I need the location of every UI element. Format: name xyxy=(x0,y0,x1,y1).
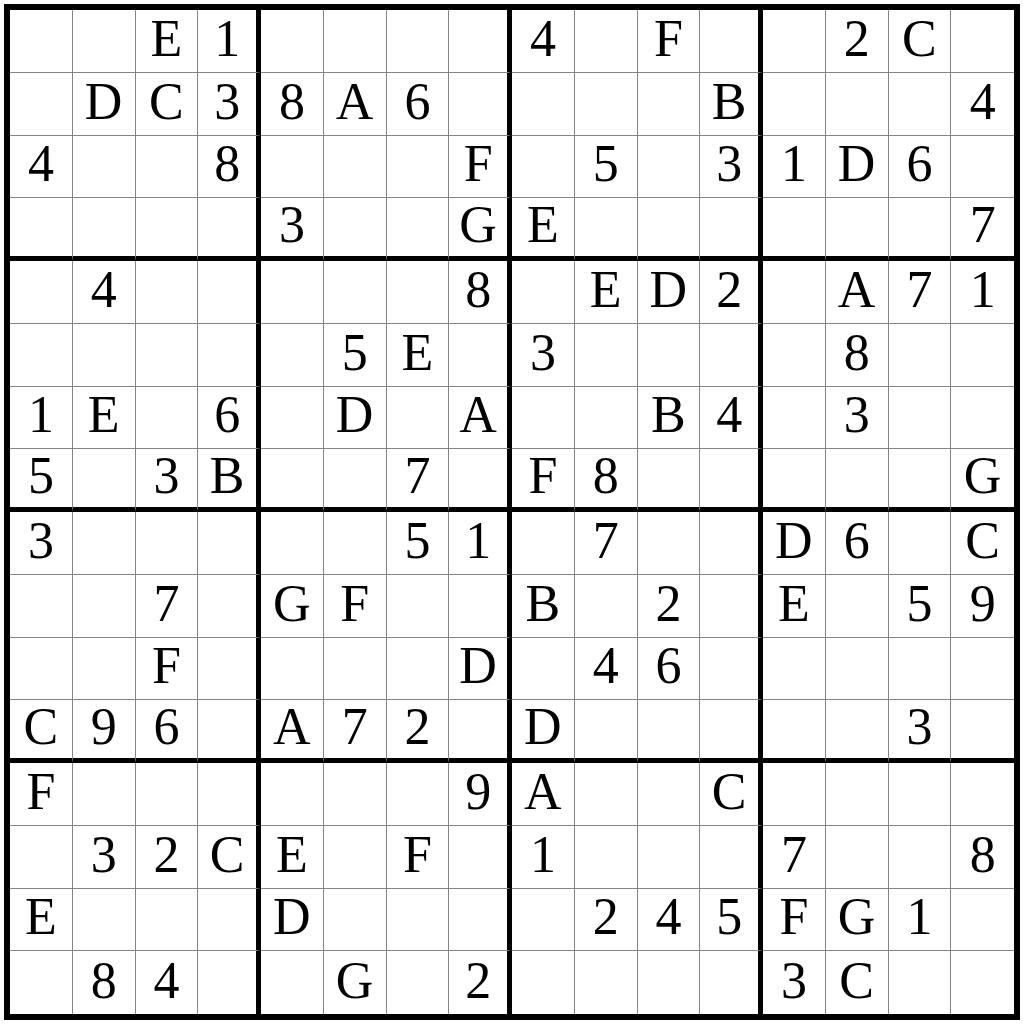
cell-r16c4[interactable] xyxy=(198,951,261,1014)
cell-r9c12[interactable] xyxy=(700,512,763,575)
cell-r8c11[interactable] xyxy=(638,449,701,512)
cell-r14c2[interactable]: 3 xyxy=(73,826,136,889)
cell-r16c16[interactable] xyxy=(951,951,1014,1014)
cell-r1c2[interactable] xyxy=(73,10,136,73)
cell-r2c15[interactable] xyxy=(889,73,952,136)
cell-r4c7[interactable] xyxy=(387,198,450,261)
cell-r13c9[interactable]: A xyxy=(512,763,575,826)
cell-r3c9[interactable] xyxy=(512,136,575,199)
cell-r9c8[interactable]: 1 xyxy=(449,512,512,575)
cell-r10c9[interactable]: B xyxy=(512,575,575,638)
cell-r5c9[interactable] xyxy=(512,261,575,324)
cell-r4c5[interactable]: 3 xyxy=(261,198,324,261)
cell-r4c16[interactable]: 7 xyxy=(951,198,1014,261)
cell-r3c8[interactable]: F xyxy=(449,136,512,199)
cell-r16c15[interactable] xyxy=(889,951,952,1014)
cell-r15c6[interactable] xyxy=(324,889,387,952)
cell-r16c6[interactable]: G xyxy=(324,951,387,1014)
cell-r5c5[interactable] xyxy=(261,261,324,324)
cell-r3c13[interactable]: 1 xyxy=(763,136,826,199)
cell-r12c10[interactable] xyxy=(575,700,638,763)
cell-r7c3[interactable] xyxy=(136,387,199,450)
cell-r4c4[interactable] xyxy=(198,198,261,261)
cell-r1c7[interactable] xyxy=(387,10,450,73)
cell-r1c9[interactable]: 4 xyxy=(512,10,575,73)
cell-r15c9[interactable] xyxy=(512,889,575,952)
cell-r15c1[interactable]: E xyxy=(10,889,73,952)
cell-r16c12[interactable] xyxy=(700,951,763,1014)
cell-r9c4[interactable] xyxy=(198,512,261,575)
cell-r13c8[interactable]: 9 xyxy=(449,763,512,826)
cell-r8c10[interactable]: 8 xyxy=(575,449,638,512)
cell-r12c14[interactable] xyxy=(826,700,889,763)
cell-r15c3[interactable] xyxy=(136,889,199,952)
cell-r12c12[interactable] xyxy=(700,700,763,763)
cell-r11c14[interactable] xyxy=(826,638,889,701)
cell-r15c10[interactable]: 2 xyxy=(575,889,638,952)
cell-r1c11[interactable]: F xyxy=(638,10,701,73)
cell-r14c11[interactable] xyxy=(638,826,701,889)
cell-r1c14[interactable]: 2 xyxy=(826,10,889,73)
cell-r13c10[interactable] xyxy=(575,763,638,826)
cell-r11c15[interactable] xyxy=(889,638,952,701)
cell-r1c3[interactable]: E xyxy=(136,10,199,73)
cell-r9c2[interactable] xyxy=(73,512,136,575)
cell-r12c13[interactable] xyxy=(763,700,826,763)
cell-r9c11[interactable] xyxy=(638,512,701,575)
cell-r11c5[interactable] xyxy=(261,638,324,701)
cell-r8c15[interactable] xyxy=(889,449,952,512)
cell-r5c11[interactable]: D xyxy=(638,261,701,324)
cell-r15c2[interactable] xyxy=(73,889,136,952)
cell-r1c16[interactable] xyxy=(951,10,1014,73)
cell-r6c13[interactable] xyxy=(763,324,826,387)
cell-r3c15[interactable]: 6 xyxy=(889,136,952,199)
cell-r13c1[interactable]: F xyxy=(10,763,73,826)
page: E14F2CDC38A6B448F531D63GE748ED2A715E381E… xyxy=(0,0,1024,1024)
cell-r9c9[interactable] xyxy=(512,512,575,575)
cell-r15c16[interactable] xyxy=(951,889,1014,952)
cell-r9c1[interactable]: 3 xyxy=(10,512,73,575)
cell-r12c16[interactable] xyxy=(951,700,1014,763)
cell-r2c16[interactable]: 4 xyxy=(951,73,1014,136)
cell-r10c5[interactable]: G xyxy=(261,575,324,638)
cell-r12c9[interactable]: D xyxy=(512,700,575,763)
cell-r6c15[interactable] xyxy=(889,324,952,387)
cell-r16c8[interactable]: 2 xyxy=(449,951,512,1014)
cell-r10c13[interactable]: E xyxy=(763,575,826,638)
cell-r5c1[interactable] xyxy=(10,261,73,324)
cell-r4c12[interactable] xyxy=(700,198,763,261)
cell-r9c3[interactable] xyxy=(136,512,199,575)
cell-r4c9[interactable]: E xyxy=(512,198,575,261)
cell-r9c14[interactable]: 6 xyxy=(826,512,889,575)
cell-r4c15[interactable] xyxy=(889,198,952,261)
cell-r8c14[interactable] xyxy=(826,449,889,512)
cell-r6c4[interactable] xyxy=(198,324,261,387)
cell-r12c4[interactable] xyxy=(198,700,261,763)
cell-r7c4[interactable]: 6 xyxy=(198,387,261,450)
cell-r13c11[interactable] xyxy=(638,763,701,826)
cell-r12c1[interactable]: C xyxy=(10,700,73,763)
cell-r8c5[interactable] xyxy=(261,449,324,512)
cell-r2c10[interactable] xyxy=(575,73,638,136)
cell-r15c14[interactable]: G xyxy=(826,889,889,952)
cell-r7c14[interactable]: 3 xyxy=(826,387,889,450)
cell-r3c10[interactable]: 5 xyxy=(575,136,638,199)
cell-r13c4[interactable] xyxy=(198,763,261,826)
cell-r8c7[interactable]: 7 xyxy=(387,449,450,512)
cell-r13c3[interactable] xyxy=(136,763,199,826)
cell-r5c14[interactable]: A xyxy=(826,261,889,324)
cell-r8c16[interactable]: G xyxy=(951,449,1014,512)
cell-r15c13[interactable]: F xyxy=(763,889,826,952)
cell-r13c2[interactable] xyxy=(73,763,136,826)
cell-r7c7[interactable] xyxy=(387,387,450,450)
cell-r14c8[interactable] xyxy=(449,826,512,889)
cell-r14c10[interactable] xyxy=(575,826,638,889)
cell-r8c13[interactable] xyxy=(763,449,826,512)
cell-r13c15[interactable] xyxy=(889,763,952,826)
cell-r11c3[interactable]: F xyxy=(136,638,199,701)
cell-r5c3[interactable] xyxy=(136,261,199,324)
cell-r2c5[interactable]: 8 xyxy=(261,73,324,136)
cell-r3c16[interactable] xyxy=(951,136,1014,199)
cell-r10c8[interactable] xyxy=(449,575,512,638)
cell-r16c11[interactable] xyxy=(638,951,701,1014)
cell-r8c9[interactable]: F xyxy=(512,449,575,512)
cell-r5c10[interactable]: E xyxy=(575,261,638,324)
cell-r11c12[interactable] xyxy=(700,638,763,701)
cell-r6c9[interactable]: 3 xyxy=(512,324,575,387)
cell-r11c16[interactable] xyxy=(951,638,1014,701)
cell-r12c8[interactable] xyxy=(449,700,512,763)
cell-r10c1[interactable] xyxy=(10,575,73,638)
cell-r11c8[interactable]: D xyxy=(449,638,512,701)
cell-r16c3[interactable]: 4 xyxy=(136,951,199,1014)
cell-r16c1[interactable] xyxy=(10,951,73,1014)
cell-r7c5[interactable] xyxy=(261,387,324,450)
cell-r5c12[interactable]: 2 xyxy=(700,261,763,324)
cell-r11c10[interactable]: 4 xyxy=(575,638,638,701)
cell-r7c11[interactable]: B xyxy=(638,387,701,450)
cell-r12c2[interactable]: 9 xyxy=(73,700,136,763)
cell-r16c9[interactable] xyxy=(512,951,575,1014)
cell-r3c7[interactable] xyxy=(387,136,450,199)
cell-r2c11[interactable] xyxy=(638,73,701,136)
cell-r6c7[interactable]: E xyxy=(387,324,450,387)
cell-r10c15[interactable]: 5 xyxy=(889,575,952,638)
cell-r4c6[interactable] xyxy=(324,198,387,261)
cell-r9c13[interactable]: D xyxy=(763,512,826,575)
cell-r16c10[interactable] xyxy=(575,951,638,1014)
cell-r12c7[interactable]: 2 xyxy=(387,700,450,763)
cell-r2c9[interactable] xyxy=(512,73,575,136)
cell-r7c2[interactable]: E xyxy=(73,387,136,450)
cell-r7c10[interactable] xyxy=(575,387,638,450)
cell-r14c16[interactable]: 8 xyxy=(951,826,1014,889)
cell-r10c12[interactable] xyxy=(700,575,763,638)
cell-r10c16[interactable]: 9 xyxy=(951,575,1014,638)
cell-r4c8[interactable]: G xyxy=(449,198,512,261)
cell-r6c8[interactable] xyxy=(449,324,512,387)
cell-r14c1[interactable] xyxy=(10,826,73,889)
cell-r11c6[interactable] xyxy=(324,638,387,701)
cell-r6c16[interactable] xyxy=(951,324,1014,387)
cell-r13c5[interactable] xyxy=(261,763,324,826)
cell-r6c12[interactable] xyxy=(700,324,763,387)
cell-r10c7[interactable] xyxy=(387,575,450,638)
cell-r11c4[interactable] xyxy=(198,638,261,701)
cell-r6c3[interactable] xyxy=(136,324,199,387)
cell-r14c5[interactable]: E xyxy=(261,826,324,889)
cell-r15c12[interactable]: 5 xyxy=(700,889,763,952)
cell-r11c2[interactable] xyxy=(73,638,136,701)
cell-r14c15[interactable] xyxy=(889,826,952,889)
cell-r14c4[interactable]: C xyxy=(198,826,261,889)
cell-r14c9[interactable]: 1 xyxy=(512,826,575,889)
cell-r1c6[interactable] xyxy=(324,10,387,73)
cell-r6c10[interactable] xyxy=(575,324,638,387)
cell-r2c2[interactable]: D xyxy=(73,73,136,136)
cell-r7c12[interactable]: 4 xyxy=(700,387,763,450)
cell-r5c15[interactable]: 7 xyxy=(889,261,952,324)
cell-r3c14[interactable]: D xyxy=(826,136,889,199)
cell-r13c16[interactable] xyxy=(951,763,1014,826)
cell-r7c1[interactable]: 1 xyxy=(10,387,73,450)
cell-r11c9[interactable] xyxy=(512,638,575,701)
cell-r12c5[interactable]: A xyxy=(261,700,324,763)
sudoku-board: E14F2CDC38A6B448F531D63GE748ED2A715E381E… xyxy=(4,4,1020,1020)
cell-r14c7[interactable]: F xyxy=(387,826,450,889)
cell-r9c6[interactable] xyxy=(324,512,387,575)
cell-r2c12[interactable]: B xyxy=(700,73,763,136)
cell-r16c5[interactable] xyxy=(261,951,324,1014)
cell-r3c11[interactable] xyxy=(638,136,701,199)
cell-r10c2[interactable] xyxy=(73,575,136,638)
cell-r1c10[interactable] xyxy=(575,10,638,73)
cell-r12c3[interactable]: 6 xyxy=(136,700,199,763)
cell-r11c13[interactable] xyxy=(763,638,826,701)
cell-r5c16[interactable]: 1 xyxy=(951,261,1014,324)
cell-r15c7[interactable] xyxy=(387,889,450,952)
cell-r1c5[interactable] xyxy=(261,10,324,73)
cell-r2c6[interactable]: A xyxy=(324,73,387,136)
cell-r6c14[interactable]: 8 xyxy=(826,324,889,387)
cell-r11c11[interactable]: 6 xyxy=(638,638,701,701)
cell-r13c7[interactable] xyxy=(387,763,450,826)
cell-r13c13[interactable] xyxy=(763,763,826,826)
cell-r16c2[interactable]: 8 xyxy=(73,951,136,1014)
cell-r1c8[interactable] xyxy=(449,10,512,73)
cell-r14c3[interactable]: 2 xyxy=(136,826,199,889)
cell-r7c6[interactable]: D xyxy=(324,387,387,450)
cell-r8c8[interactable] xyxy=(449,449,512,512)
cell-r3c6[interactable] xyxy=(324,136,387,199)
cell-r3c4[interactable]: 8 xyxy=(198,136,261,199)
cell-r4c10[interactable] xyxy=(575,198,638,261)
cell-r4c1[interactable] xyxy=(10,198,73,261)
cell-r10c11[interactable]: 2 xyxy=(638,575,701,638)
cell-r12c11[interactable] xyxy=(638,700,701,763)
cell-r1c12[interactable] xyxy=(700,10,763,73)
cell-r5c8[interactable]: 8 xyxy=(449,261,512,324)
cell-r8c12[interactable] xyxy=(700,449,763,512)
cell-r9c5[interactable] xyxy=(261,512,324,575)
cell-r15c11[interactable]: 4 xyxy=(638,889,701,952)
cell-r3c12[interactable]: 3 xyxy=(700,136,763,199)
cell-r5c6[interactable] xyxy=(324,261,387,324)
cell-r11c7[interactable] xyxy=(387,638,450,701)
cell-r7c15[interactable] xyxy=(889,387,952,450)
cell-r8c4[interactable]: B xyxy=(198,449,261,512)
cell-r6c2[interactable] xyxy=(73,324,136,387)
cell-r2c13[interactable] xyxy=(763,73,826,136)
cell-r8c1[interactable]: 5 xyxy=(10,449,73,512)
cell-r6c1[interactable] xyxy=(10,324,73,387)
cell-r11c1[interactable] xyxy=(10,638,73,701)
cell-r7c8[interactable]: A xyxy=(449,387,512,450)
cell-r12c6[interactable]: 7 xyxy=(324,700,387,763)
cell-r14c6[interactable] xyxy=(324,826,387,889)
cell-r15c4[interactable] xyxy=(198,889,261,952)
cell-r5c7[interactable] xyxy=(387,261,450,324)
cell-r2c3[interactable]: C xyxy=(136,73,199,136)
cell-r6c6[interactable]: 5 xyxy=(324,324,387,387)
cell-r13c6[interactable] xyxy=(324,763,387,826)
cell-r5c2[interactable]: 4 xyxy=(73,261,136,324)
cell-r3c2[interactable] xyxy=(73,136,136,199)
cell-r2c7[interactable]: 6 xyxy=(387,73,450,136)
cell-r9c10[interactable]: 7 xyxy=(575,512,638,575)
cell-r6c11[interactable] xyxy=(638,324,701,387)
cell-r14c14[interactable] xyxy=(826,826,889,889)
cell-r13c12[interactable]: C xyxy=(700,763,763,826)
cell-r2c8[interactable] xyxy=(449,73,512,136)
cell-r4c3[interactable] xyxy=(136,198,199,261)
cell-r1c4[interactable]: 1 xyxy=(198,10,261,73)
cell-r3c3[interactable] xyxy=(136,136,199,199)
cell-r10c10[interactable] xyxy=(575,575,638,638)
cell-r3c5[interactable] xyxy=(261,136,324,199)
cell-r10c6[interactable]: F xyxy=(324,575,387,638)
cell-r4c13[interactable] xyxy=(763,198,826,261)
cell-r2c14[interactable] xyxy=(826,73,889,136)
cell-r9c16[interactable]: C xyxy=(951,512,1014,575)
cell-r15c15[interactable]: 1 xyxy=(889,889,952,952)
cell-r1c13[interactable] xyxy=(763,10,826,73)
cell-r5c4[interactable] xyxy=(198,261,261,324)
cell-r8c6[interactable] xyxy=(324,449,387,512)
cell-r7c16[interactable] xyxy=(951,387,1014,450)
cell-r13c14[interactable] xyxy=(826,763,889,826)
cell-r4c11[interactable] xyxy=(638,198,701,261)
cell-r1c1[interactable] xyxy=(10,10,73,73)
cell-r15c8[interactable] xyxy=(449,889,512,952)
cell-r14c13[interactable]: 7 xyxy=(763,826,826,889)
cell-r7c13[interactable] xyxy=(763,387,826,450)
cell-r15c5[interactable]: D xyxy=(261,889,324,952)
cell-r9c15[interactable] xyxy=(889,512,952,575)
cell-r14c12[interactable] xyxy=(700,826,763,889)
cell-r10c4[interactable] xyxy=(198,575,261,638)
cell-r7c9[interactable] xyxy=(512,387,575,450)
cell-r9c7[interactable]: 5 xyxy=(387,512,450,575)
cell-r1c15[interactable]: C xyxy=(889,10,952,73)
cell-r12c15[interactable]: 3 xyxy=(889,700,952,763)
cell-r16c13[interactable]: 3 xyxy=(763,951,826,1014)
cell-r2c4[interactable]: 3 xyxy=(198,73,261,136)
cell-r8c2[interactable] xyxy=(73,449,136,512)
cell-r5c13[interactable] xyxy=(763,261,826,324)
cell-r10c3[interactable]: 7 xyxy=(136,575,199,638)
cell-r2c1[interactable] xyxy=(10,73,73,136)
cell-r6c5[interactable] xyxy=(261,324,324,387)
cell-r8c3[interactable]: 3 xyxy=(136,449,199,512)
cell-r4c2[interactable] xyxy=(73,198,136,261)
cell-r3c1[interactable]: 4 xyxy=(10,136,73,199)
cell-r16c7[interactable] xyxy=(387,951,450,1014)
cell-r16c14[interactable]: C xyxy=(826,951,889,1014)
cell-r10c14[interactable] xyxy=(826,575,889,638)
cell-r4c14[interactable] xyxy=(826,198,889,261)
